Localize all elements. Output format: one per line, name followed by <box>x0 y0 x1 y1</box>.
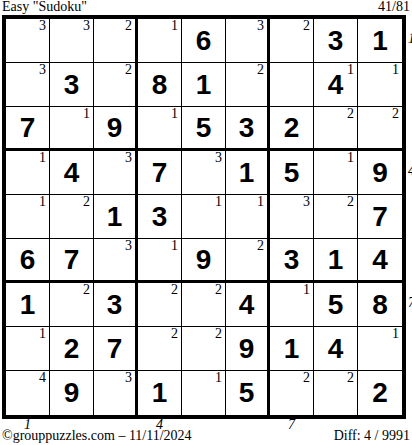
cell-r9c5[interactable]: 1 <box>182 371 226 415</box>
sudoku-board: 3321632313328124117191532221437315191213… <box>2 15 406 419</box>
cell-r8c8[interactable]: 4 <box>314 327 358 371</box>
cell-r2c7[interactable] <box>270 63 314 107</box>
cell-r2c9[interactable]: 1 <box>358 63 402 107</box>
pencil-mark: 3 <box>83 19 90 34</box>
given-digit: 9 <box>94 107 135 148</box>
pencil-mark: 1 <box>215 195 222 210</box>
given-digit: 1 <box>358 19 402 62</box>
row-label-4: 4 <box>408 163 412 179</box>
given-digit: 2 <box>50 327 93 370</box>
cell-r4c2[interactable]: 4 <box>50 151 94 195</box>
pencil-mark: 3 <box>39 19 46 34</box>
pencil-mark: 1 <box>347 63 354 78</box>
pencil-mark: 3 <box>39 63 46 78</box>
cell-r1c8[interactable]: 3 <box>314 19 358 63</box>
pencil-mark: 2 <box>125 19 132 34</box>
given-digit: 1 <box>182 63 225 106</box>
pencil-mark: 2 <box>303 371 310 386</box>
cell-r2c8[interactable]: 41 <box>314 63 358 107</box>
pencil-mark: 2 <box>347 195 354 210</box>
given-digit: 9 <box>182 239 225 280</box>
cell-r7c2[interactable]: 2 <box>50 283 94 327</box>
given-digit: 5 <box>314 283 357 326</box>
cell-r7c9[interactable]: 8 <box>358 283 402 327</box>
cell-r5c5[interactable]: 1 <box>182 195 226 239</box>
given-digit: 5 <box>270 151 313 194</box>
cell-r1c5[interactable]: 6 <box>182 19 226 63</box>
pencil-mark: 2 <box>215 327 222 342</box>
cell-r6c7[interactable]: 3 <box>270 239 314 283</box>
given-digit: 7 <box>6 107 49 148</box>
given-digit: 1 <box>94 195 135 238</box>
given-digit: 5 <box>226 371 267 415</box>
cell-r9c1[interactable]: 4 <box>6 371 50 415</box>
cell-r7c8[interactable]: 5 <box>314 283 358 327</box>
pencil-mark: 3 <box>125 239 132 254</box>
cell-r6c1[interactable]: 6 <box>6 239 50 283</box>
cell-r3c4[interactable]: 1 <box>138 107 182 151</box>
cell-r5c8[interactable]: 2 <box>314 195 358 239</box>
cell-r8c9[interactable]: 1 <box>358 327 402 371</box>
given-digit: 1 <box>270 327 313 370</box>
cell-r4c5[interactable]: 3 <box>182 151 226 195</box>
given-digit: 4 <box>314 327 357 370</box>
cell-r8c1[interactable]: 1 <box>6 327 50 371</box>
footer-difficulty: Diff: 4 / 9991 <box>334 428 410 444</box>
pencil-mark: 2 <box>303 19 310 34</box>
cell-r8c6[interactable]: 9 <box>226 327 270 371</box>
pencil-mark: 1 <box>83 107 90 122</box>
cell-r5c2[interactable]: 2 <box>50 195 94 239</box>
given-digit: 3 <box>50 63 93 106</box>
cell-r9c6[interactable]: 5 <box>226 371 270 415</box>
cell-r9c7[interactable]: 2 <box>270 371 314 415</box>
cell-r1c1[interactable]: 3 <box>6 19 50 63</box>
cell-r6c4[interactable]: 1 <box>138 239 182 283</box>
pencil-mark: 1 <box>215 371 222 386</box>
given-digit: 1 <box>138 371 181 415</box>
cell-r8c4[interactable]: 2 <box>138 327 182 371</box>
cell-r9c3[interactable]: 3 <box>94 371 138 415</box>
cell-r6c9[interactable]: 4 <box>358 239 402 283</box>
page-counter: 41/81 <box>378 0 410 15</box>
cell-r7c6[interactable]: 4 <box>226 283 270 327</box>
row-label-1: 1 <box>408 31 412 47</box>
cell-r5c1[interactable]: 1 <box>6 195 50 239</box>
cell-r5c4[interactable]: 3 <box>138 195 182 239</box>
given-digit: 8 <box>358 283 402 326</box>
cell-r3c8[interactable]: 2 <box>314 107 358 151</box>
pencil-mark: 1 <box>39 327 46 342</box>
cell-r8c5[interactable]: 2 <box>182 327 226 371</box>
cell-r4c4[interactable]: 7 <box>138 151 182 195</box>
pencil-mark: 2 <box>347 107 354 122</box>
pencil-mark: 1 <box>39 195 46 210</box>
sudoku-page: Easy "Sudoku" 41/81 33216323133281241171… <box>0 0 412 445</box>
cell-r4c8[interactable]: 1 <box>314 151 358 195</box>
pencil-mark: 1 <box>39 151 46 166</box>
pencil-mark: 1 <box>171 107 178 122</box>
given-digit: 8 <box>138 63 181 106</box>
given-digit: 9 <box>226 327 267 370</box>
cell-r1c7[interactable]: 2 <box>270 19 314 63</box>
cell-r1c9[interactable]: 1 <box>358 19 402 63</box>
given-digit: 3 <box>270 239 313 280</box>
pencil-mark: 2 <box>171 283 178 298</box>
given-digit: 4 <box>226 283 267 326</box>
cell-r7c3[interactable]: 3 <box>94 283 138 327</box>
cell-r6c8[interactable]: 1 <box>314 239 358 283</box>
pencil-mark: 1 <box>347 151 354 166</box>
pencil-mark: 1 <box>392 327 399 342</box>
cell-r9c2[interactable]: 9 <box>50 371 94 415</box>
cell-r2c3[interactable]: 2 <box>94 63 138 107</box>
cell-r4c1[interactable]: 1 <box>6 151 50 195</box>
cell-r8c2[interactable]: 2 <box>50 327 94 371</box>
cell-r9c9[interactable]: 2 <box>358 371 402 415</box>
cell-r8c3[interactable]: 7 <box>94 327 138 371</box>
pencil-mark: 2 <box>392 107 399 122</box>
cell-r7c5[interactable]: 2 <box>182 283 226 327</box>
cell-r7c7[interactable]: 1 <box>270 283 314 327</box>
cell-r3c3[interactable]: 9 <box>94 107 138 151</box>
cell-r8c7[interactable]: 1 <box>270 327 314 371</box>
given-digit: 7 <box>358 195 402 238</box>
cell-r5c7[interactable]: 3 <box>270 195 314 239</box>
pencil-mark: 3 <box>125 371 132 386</box>
cell-r5c6[interactable]: 1 <box>226 195 270 239</box>
pencil-mark: 3 <box>257 19 264 34</box>
given-digit: 3 <box>226 107 267 148</box>
given-digit: 2 <box>270 107 313 148</box>
cell-r5c3[interactable]: 1 <box>94 195 138 239</box>
footer-copyright: ©grouppuzzles.com – 11/11/2024 <box>2 428 192 444</box>
cell-r2c5[interactable]: 1 <box>182 63 226 107</box>
given-digit: 6 <box>182 19 225 62</box>
cell-r1c3[interactable]: 2 <box>94 19 138 63</box>
given-digit: 2 <box>358 371 402 415</box>
cell-r6c6[interactable]: 2 <box>226 239 270 283</box>
given-digit: 1 <box>6 283 49 326</box>
row-label-7: 7 <box>408 295 412 311</box>
given-digit: 5 <box>182 107 225 148</box>
cell-r2c2[interactable]: 3 <box>50 63 94 107</box>
cell-r6c3[interactable]: 3 <box>94 239 138 283</box>
cell-r4c3[interactable]: 3 <box>94 151 138 195</box>
pencil-mark: 1 <box>392 63 399 78</box>
cell-r2c1[interactable]: 3 <box>6 63 50 107</box>
pencil-mark: 3 <box>125 151 132 166</box>
pencil-mark: 2 <box>257 239 264 254</box>
page-title: Easy "Sudoku" <box>2 0 87 15</box>
given-digit: 9 <box>50 371 93 415</box>
pencil-mark: 2 <box>347 371 354 386</box>
cell-r9c4[interactable]: 1 <box>138 371 182 415</box>
cell-r9c8[interactable]: 2 <box>314 371 358 415</box>
pencil-mark: 1 <box>257 195 264 210</box>
pencil-mark: 2 <box>171 327 178 342</box>
cell-r2c4[interactable]: 8 <box>138 63 182 107</box>
given-digit: 3 <box>138 195 181 238</box>
given-digit: 7 <box>50 239 93 280</box>
pencil-mark: 1 <box>303 283 310 298</box>
cell-r3c2[interactable]: 1 <box>50 107 94 151</box>
cell-r4c6[interactable]: 1 <box>226 151 270 195</box>
cell-r6c5[interactable]: 9 <box>182 239 226 283</box>
given-digit: 1 <box>226 151 267 194</box>
pencil-mark: 1 <box>171 239 178 254</box>
cell-r6c2[interactable]: 7 <box>50 239 94 283</box>
cell-r3c9[interactable]: 2 <box>358 107 402 151</box>
cell-r3c6[interactable]: 3 <box>226 107 270 151</box>
pencil-mark: 2 <box>125 63 132 78</box>
pencil-mark: 2 <box>83 283 90 298</box>
cell-r5c9[interactable]: 7 <box>358 195 402 239</box>
given-digit: 7 <box>94 327 135 370</box>
pencil-mark: 4 <box>39 371 46 386</box>
cell-r1c2[interactable]: 3 <box>50 19 94 63</box>
cell-r4c9[interactable]: 9 <box>358 151 402 195</box>
given-digit: 4 <box>358 239 402 280</box>
cell-r3c1[interactable]: 7 <box>6 107 50 151</box>
col-label-7: 7 <box>288 417 295 433</box>
cell-r2c6[interactable]: 2 <box>226 63 270 107</box>
given-digit: 1 <box>314 239 357 280</box>
cell-r1c4[interactable]: 1 <box>138 19 182 63</box>
given-digit: 4 <box>50 151 93 194</box>
pencil-mark: 2 <box>83 195 90 210</box>
cell-r7c4[interactable]: 2 <box>138 283 182 327</box>
pencil-mark: 3 <box>215 151 222 166</box>
cell-r3c5[interactable]: 5 <box>182 107 226 151</box>
cell-r3c7[interactable]: 2 <box>270 107 314 151</box>
given-digit: 3 <box>314 19 357 62</box>
given-digit: 6 <box>6 239 49 280</box>
given-digit: 9 <box>358 151 402 194</box>
given-digit: 3 <box>94 283 135 326</box>
pencil-mark: 2 <box>215 283 222 298</box>
given-digit: 7 <box>138 151 181 194</box>
pencil-mark: 3 <box>303 195 310 210</box>
cell-r7c1[interactable]: 1 <box>6 283 50 327</box>
cell-r4c7[interactable]: 5 <box>270 151 314 195</box>
cell-r1c6[interactable]: 3 <box>226 19 270 63</box>
pencil-mark: 1 <box>171 19 178 34</box>
pencil-mark: 2 <box>257 63 264 78</box>
